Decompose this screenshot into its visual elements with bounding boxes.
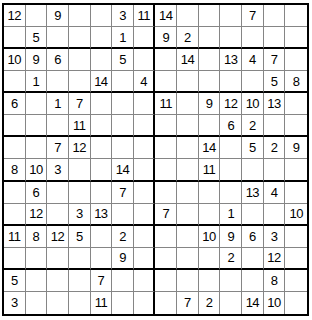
cell-r2c3[interactable] [47,27,69,49]
cell-r2c12[interactable] [242,27,264,49]
cell-r6c5[interactable] [91,115,113,137]
cell-r4c6[interactable] [112,71,134,93]
cell-r10c14[interactable]: 10 [285,204,307,226]
cell-r9c14[interactable] [285,182,307,204]
cell-r12c6[interactable]: 9 [112,248,134,270]
cell-r11c5[interactable] [91,226,113,248]
cell-r13c13[interactable]: 8 [264,270,286,292]
cell-r5c14[interactable] [285,93,307,115]
cell-r4c13[interactable]: 5 [264,71,286,93]
cell-r12c14[interactable] [285,248,307,270]
cell-r4c5[interactable]: 14 [91,71,113,93]
cell-r14c3[interactable] [47,292,69,314]
cell-r8c2[interactable]: 10 [26,159,48,181]
cell-r14c13[interactable]: 10 [264,292,286,314]
cell-r5c9[interactable] [177,93,199,115]
cell-r7c2[interactable] [26,137,48,159]
cell-r5c4[interactable]: 7 [69,93,91,115]
cell-r1c14[interactable] [285,5,307,27]
cell-r4c1[interactable] [4,71,26,93]
cell-r2c1[interactable] [4,27,26,49]
cell-r11c8[interactable] [155,226,177,248]
cell-r12c9[interactable] [177,248,199,270]
cell-r8c3[interactable]: 3 [47,159,69,181]
cell-r11c6[interactable]: 2 [112,226,134,248]
cell-r3c11[interactable]: 13 [220,49,242,71]
cell-r14c14[interactable] [285,292,307,314]
cell-r13c12[interactable] [242,270,264,292]
cell-r7c14[interactable]: 9 [285,137,307,159]
cell-r14c12[interactable]: 14 [242,292,264,314]
cell-r2c2[interactable]: 5 [26,27,48,49]
cell-r9c2[interactable]: 6 [26,182,48,204]
cell-r1c4[interactable] [69,5,91,27]
cell-r11c11[interactable]: 9 [220,226,242,248]
cell-r5c5[interactable] [91,93,113,115]
cell-r7c10[interactable]: 14 [199,137,221,159]
cell-r13c3[interactable] [47,270,69,292]
cell-r3c6[interactable]: 5 [112,49,134,71]
cell-r12c2[interactable] [26,248,48,270]
cell-r14c2[interactable] [26,292,48,314]
cell-r10c13[interactable] [264,204,286,226]
cell-r8c9[interactable] [177,159,199,181]
cell-r3c5[interactable] [91,49,113,71]
cell-r8c5[interactable] [91,159,113,181]
cell-r3c1[interactable]: 10 [4,49,26,71]
cell-r12c12[interactable] [242,248,264,270]
cell-r14c6[interactable] [112,292,134,314]
cell-r4c8[interactable] [155,71,177,93]
cell-r2c6[interactable]: 1 [112,27,134,49]
cell-r10c11[interactable]: 1 [220,204,242,226]
cell-r13c8[interactable] [155,270,177,292]
cell-r7c4[interactable]: 12 [69,137,91,159]
cell-r1c5[interactable] [91,5,113,27]
cell-r11c9[interactable] [177,226,199,248]
cell-r3c12[interactable]: 4 [242,49,264,71]
cell-r7c9[interactable] [177,137,199,159]
cell-r8c12[interactable] [242,159,264,181]
cell-r3c4[interactable] [69,49,91,71]
sudoku-board: 1293111475192109651413471144586171191210… [2,3,309,316]
cell-r14c1[interactable]: 3 [4,292,26,314]
cell-r13c2[interactable] [26,270,48,292]
cell-r9c1[interactable] [4,182,26,204]
cell-r10c4[interactable]: 3 [69,204,91,226]
cell-r1c10[interactable] [199,5,221,27]
cell-r2c11[interactable] [220,27,242,49]
cell-r12c7[interactable] [134,248,156,270]
cell-r12c13[interactable]: 12 [264,248,286,270]
cell-r14c8[interactable] [155,292,177,314]
cell-r2c4[interactable] [69,27,91,49]
cell-r6c4[interactable]: 11 [69,115,91,137]
cell-r13c5[interactable]: 7 [91,270,113,292]
cell-r4c9[interactable] [177,71,199,93]
cell-r10c5[interactable]: 13 [91,204,113,226]
cell-r9c12[interactable]: 13 [242,182,264,204]
cell-r9c8[interactable] [155,182,177,204]
cell-r10c10[interactable] [199,204,221,226]
cell-r7c3[interactable]: 7 [47,137,69,159]
cell-r6c7[interactable] [134,115,156,137]
cell-r3c9[interactable]: 14 [177,49,199,71]
cell-r5c10[interactable]: 9 [199,93,221,115]
cell-r11c10[interactable]: 10 [199,226,221,248]
cell-r13c10[interactable] [199,270,221,292]
cell-r6c10[interactable] [199,115,221,137]
cell-r8c10[interactable]: 11 [199,159,221,181]
cell-r4c2[interactable]: 1 [26,71,48,93]
cell-r13c14[interactable] [285,270,307,292]
cell-r4c11[interactable] [220,71,242,93]
cell-r7c12[interactable]: 5 [242,137,264,159]
cell-r6c11[interactable]: 6 [220,115,242,137]
cell-r3c13[interactable]: 7 [264,49,286,71]
cell-r9c9[interactable] [177,182,199,204]
cell-r12c11[interactable]: 2 [220,248,242,270]
cell-r6c1[interactable] [4,115,26,137]
cell-r10c8[interactable]: 7 [155,204,177,226]
cell-r6c12[interactable]: 2 [242,115,264,137]
cell-r2c13[interactable] [264,27,286,49]
cell-r5c13[interactable]: 13 [264,93,286,115]
cell-r11c7[interactable] [134,226,156,248]
cell-r9c7[interactable] [134,182,156,204]
cell-r1c1[interactable]: 12 [4,5,26,27]
cell-r5c7[interactable] [134,93,156,115]
cell-r2c5[interactable] [91,27,113,49]
cell-r1c6[interactable]: 3 [112,5,134,27]
cell-r7c6[interactable] [112,137,134,159]
cell-r14c7[interactable] [134,292,156,314]
cell-r2c9[interactable]: 2 [177,27,199,49]
cell-r9c13[interactable]: 4 [264,182,286,204]
cell-r3c3[interactable]: 6 [47,49,69,71]
cell-r7c5[interactable] [91,137,113,159]
cell-r12c4[interactable] [69,248,91,270]
cell-r11c14[interactable] [285,226,307,248]
cell-r9c10[interactable] [199,182,221,204]
cell-r1c7[interactable]: 11 [134,5,156,27]
cell-r1c3[interactable]: 9 [47,5,69,27]
cell-r9c6[interactable]: 7 [112,182,134,204]
cell-r7c7[interactable] [134,137,156,159]
cell-r6c9[interactable] [177,115,199,137]
cell-r8c14[interactable] [285,159,307,181]
cell-r1c9[interactable] [177,5,199,27]
cell-r13c4[interactable] [69,270,91,292]
cell-r9c11[interactable] [220,182,242,204]
cell-r8c1[interactable]: 8 [4,159,26,181]
cell-r11c13[interactable]: 3 [264,226,286,248]
cell-r13c1[interactable]: 5 [4,270,26,292]
cell-r6c13[interactable] [264,115,286,137]
cell-r9c5[interactable] [91,182,113,204]
cell-r1c8[interactable]: 14 [155,5,177,27]
cell-r6c3[interactable] [47,115,69,137]
cell-r4c12[interactable] [242,71,264,93]
cell-r14c4[interactable] [69,292,91,314]
cell-r2c8[interactable]: 9 [155,27,177,49]
cell-r1c13[interactable] [264,5,286,27]
cell-r13c11[interactable] [220,270,242,292]
cell-r5c3[interactable]: 1 [47,93,69,115]
cell-r12c1[interactable] [4,248,26,270]
cell-r7c1[interactable] [4,137,26,159]
cell-r5c2[interactable] [26,93,48,115]
cell-r4c14[interactable]: 8 [285,71,307,93]
cell-r13c9[interactable] [177,270,199,292]
cell-r5c8[interactable]: 11 [155,93,177,115]
cell-r12c10[interactable] [199,248,221,270]
cell-r14c11[interactable] [220,292,242,314]
cell-r11c3[interactable]: 12 [47,226,69,248]
cell-r11c4[interactable]: 5 [69,226,91,248]
cell-r12c5[interactable] [91,248,113,270]
cell-r10c1[interactable] [4,204,26,226]
cell-r14c10[interactable]: 2 [199,292,221,314]
cell-r8c11[interactable] [220,159,242,181]
cell-r13c7[interactable] [134,270,156,292]
cell-r14c9[interactable]: 7 [177,292,199,314]
cell-r4c10[interactable] [199,71,221,93]
cell-r2c14[interactable] [285,27,307,49]
cell-r10c7[interactable] [134,204,156,226]
cell-r5c1[interactable]: 6 [4,93,26,115]
cell-r6c14[interactable] [285,115,307,137]
cell-r10c9[interactable] [177,204,199,226]
cell-r4c4[interactable] [69,71,91,93]
cell-r5c11[interactable]: 12 [220,93,242,115]
cell-r1c12[interactable]: 7 [242,5,264,27]
cell-r5c12[interactable]: 10 [242,93,264,115]
cell-r2c7[interactable] [134,27,156,49]
cell-r9c4[interactable] [69,182,91,204]
cell-r3c10[interactable] [199,49,221,71]
cell-r1c2[interactable] [26,5,48,27]
cell-r11c1[interactable]: 11 [4,226,26,248]
cell-r8c7[interactable] [134,159,156,181]
cell-r7c8[interactable] [155,137,177,159]
cell-r8c13[interactable] [264,159,286,181]
cell-r1c11[interactable] [220,5,242,27]
cell-r3c14[interactable] [285,49,307,71]
cell-r8c4[interactable] [69,159,91,181]
cell-r3c8[interactable] [155,49,177,71]
cell-r11c12[interactable]: 6 [242,226,264,248]
cell-r4c7[interactable]: 4 [134,71,156,93]
cell-r10c2[interactable]: 12 [26,204,48,226]
cell-r3c7[interactable] [134,49,156,71]
cell-r10c6[interactable] [112,204,134,226]
cell-r8c8[interactable] [155,159,177,181]
cell-r11c2[interactable]: 8 [26,226,48,248]
cell-r14c5[interactable]: 11 [91,292,113,314]
cell-r8c6[interactable]: 14 [112,159,134,181]
cell-r3c2[interactable]: 9 [26,49,48,71]
cell-r6c2[interactable] [26,115,48,137]
cell-r6c6[interactable] [112,115,134,137]
cell-r10c3[interactable] [47,204,69,226]
cell-r9c3[interactable] [47,182,69,204]
cell-r4c3[interactable] [47,71,69,93]
cell-r5c6[interactable] [112,93,134,115]
cell-r7c13[interactable]: 2 [264,137,286,159]
cell-r6c8[interactable] [155,115,177,137]
cell-r12c3[interactable] [47,248,69,270]
cell-r10c12[interactable] [242,204,264,226]
cell-r7c11[interactable] [220,137,242,159]
cell-r2c10[interactable] [199,27,221,49]
cell-r13c6[interactable] [112,270,134,292]
cell-r12c8[interactable] [155,248,177,270]
